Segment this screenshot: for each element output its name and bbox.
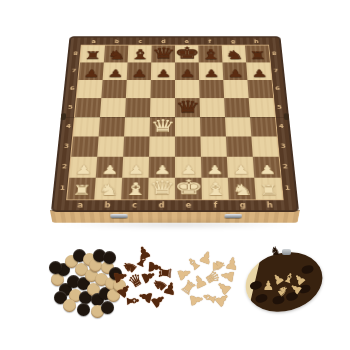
- square-h3: [251, 136, 278, 156]
- square-g4: [225, 117, 251, 136]
- jumbled-bishop-glyph: ♝: [183, 253, 204, 274]
- checker-disc-dark: [77, 277, 90, 290]
- file-label-top-c: c: [128, 38, 152, 45]
- checker-disc-dark: [93, 249, 106, 262]
- file-label-f: f: [202, 200, 229, 210]
- rank-label-right-1: 1: [281, 178, 295, 200]
- jumbled-rook-glyph: ♜: [157, 265, 174, 281]
- square-d6: [150, 80, 175, 98]
- square-c3: [123, 136, 149, 156]
- square-a2: [69, 157, 97, 178]
- file-label-e: e: [175, 200, 202, 210]
- square-d1: [148, 178, 175, 200]
- square-b5: [100, 98, 126, 117]
- square-b1: [94, 178, 122, 200]
- rank-label-right-6: 6: [272, 80, 285, 98]
- jumbled-pawn-glyph: ♟: [113, 280, 134, 301]
- checker-disc-light: [107, 289, 120, 302]
- square-f3: [200, 136, 226, 156]
- clasp-icon: [110, 214, 128, 218]
- checker-disc-dark: [67, 275, 80, 288]
- storage-inset-oval: ♟♟♝♟♞♟: [239, 244, 329, 320]
- square-g6: [223, 80, 248, 98]
- file-label-b: b: [93, 200, 121, 210]
- stored-pawn-glyph: ♟: [262, 279, 274, 292]
- file-label-a: a: [66, 200, 94, 210]
- rank-label-right-3: 3: [277, 136, 290, 156]
- square-h2: [253, 157, 281, 178]
- clasp-icon: [282, 249, 291, 255]
- jumbled-pawn-glyph: ♟: [213, 277, 234, 298]
- jumbled-pawn-glyph: ♟: [136, 288, 155, 306]
- checker-disc-dark: [99, 287, 112, 300]
- checker-disc-light: [69, 289, 82, 302]
- checker-disc-light: [83, 253, 96, 266]
- square-g5: [224, 98, 250, 117]
- jumbled-pawn-glyph: ♟: [110, 268, 129, 286]
- file-label-c: c: [121, 200, 148, 210]
- product-photo: aabbccddeeffgghh1122334455667788 ♜♞♝♛♚♝♞…: [0, 0, 350, 350]
- file-label-top-a: a: [82, 38, 106, 45]
- square-h6: [247, 80, 273, 98]
- black-pawn-glyph: ♟: [242, 68, 275, 78]
- rank-label-right-2: 2: [279, 157, 293, 178]
- chess-board: aabbccddeeffgghh1122334455667788 ♜♞♝♛♚♝♞…: [53, 38, 296, 211]
- file-label-top-h: h: [244, 38, 268, 45]
- clasp-icon: [224, 214, 242, 218]
- checker-disc-dark: [54, 291, 67, 304]
- square-b4: [99, 117, 125, 136]
- jumbled-knight-glyph: ♞: [149, 274, 170, 295]
- jumbled-pawn-glyph: ♟: [187, 292, 205, 309]
- checker-disc-dark: [101, 301, 114, 314]
- square-f2: [201, 157, 228, 178]
- square-g1: [228, 178, 256, 200]
- file-label-h: h: [256, 200, 284, 210]
- checker-disc-dark: [103, 251, 116, 264]
- jumbled-bishop-glyph: ♝: [132, 251, 152, 272]
- dark-knight-at-inset-edge: ♞: [270, 245, 281, 257]
- rank-label-5: 5: [64, 98, 77, 117]
- stored-dark-piece: [249, 280, 263, 291]
- piece-black-queen-e5: ♛: [175, 98, 200, 117]
- stored-dark-piece: [255, 293, 269, 304]
- checker-disc-light: [101, 261, 114, 274]
- file-label-top-g: g: [221, 38, 245, 45]
- square-d3: [149, 136, 175, 156]
- stored-pawn-glyph: ♟: [269, 270, 286, 287]
- checker-disc-dark: [79, 291, 92, 304]
- square-b3: [97, 136, 124, 156]
- square-a6: [77, 80, 103, 98]
- square-c2: [122, 157, 149, 178]
- square-a3: [71, 136, 98, 156]
- jumbled-pawn-glyph: ♟: [211, 289, 232, 310]
- stored-dark-piece: [298, 284, 312, 295]
- square-d2: [149, 157, 175, 178]
- checker-disc-dark: [49, 261, 62, 274]
- square-f6: [199, 80, 224, 98]
- jumbled-pawn-glyph: ♟: [161, 279, 179, 298]
- jumbled-pawn-glyph: ♟: [190, 272, 210, 293]
- jumbled-pawn-glyph: ♟: [135, 243, 154, 263]
- board-shadow: [58, 220, 296, 229]
- jumbled-pawn-glyph: ♟: [224, 255, 241, 273]
- file-label-g: g: [229, 200, 257, 210]
- square-b2: [96, 157, 123, 178]
- jumbled-pawn-glyph: ♟: [197, 248, 216, 268]
- square-f1: [201, 178, 228, 200]
- stored-knight-glyph: ♞: [274, 283, 291, 300]
- black-queen-glyph: ♛: [171, 99, 205, 116]
- checker-disc-dark: [109, 267, 122, 280]
- square-e3: [175, 136, 201, 156]
- jumbled-pawn-glyph: ♟: [219, 268, 237, 285]
- jumbled-rook-glyph: ♜: [178, 277, 199, 298]
- rank-label-6: 6: [66, 80, 79, 98]
- checker-disc-light: [87, 283, 100, 296]
- rank-label-right-5: 5: [273, 98, 286, 117]
- stored-dark-piece: [301, 264, 315, 275]
- square-e1: [175, 178, 202, 200]
- checker-disc-light: [85, 269, 98, 282]
- black-rook-glyph: ♜: [241, 50, 274, 61]
- square-h4: [250, 117, 277, 136]
- stored-dark-piece: [272, 295, 286, 306]
- jumbled-bishop-glyph: ♝: [123, 293, 140, 309]
- square-h1: [254, 178, 282, 200]
- square-e2: [175, 157, 201, 178]
- jumbled-pawn-glyph: ♟: [147, 291, 168, 312]
- jumbled-knight-glyph: ♞: [210, 259, 226, 273]
- jumbled-queen-glyph: ♛: [126, 270, 146, 291]
- stored-pawn-glyph: ♟: [287, 280, 304, 297]
- stored-bishop-glyph: ♝: [281, 270, 296, 286]
- checker-disc-light: [91, 305, 104, 318]
- jumbled-pawn-glyph: ♟: [138, 267, 159, 287]
- checker-disc-light: [51, 273, 64, 286]
- checker-disc-dark: [73, 249, 86, 262]
- square-g3: [226, 136, 253, 156]
- jumbled-queen-glyph: ♛: [201, 268, 222, 288]
- square-b6: [101, 80, 126, 98]
- checker-disc-light: [63, 299, 76, 312]
- jumbled-pawn-glyph: ♟: [174, 265, 194, 284]
- square-a1: [67, 178, 95, 200]
- square-g2: [227, 157, 254, 178]
- square-a5: [75, 98, 101, 117]
- checker-disc-dark: [57, 263, 70, 276]
- jumbled-bishop-glyph: ♝: [200, 289, 220, 308]
- piece-black-pawn-h7: ♟: [246, 62, 271, 80]
- checker-disc-light: [113, 279, 126, 292]
- square-e6: [175, 80, 200, 98]
- jumbled-knight-glyph: ♞: [119, 256, 140, 277]
- checker-disc-dark: [59, 283, 72, 296]
- stored-pawn-glyph: ♟: [291, 271, 308, 288]
- checker-disc-light: [89, 259, 102, 272]
- chess-board-scene: aabbccddeeffgghh1122334455667788 ♜♞♝♛♚♝♞…: [45, 2, 305, 232]
- square-c6: [126, 80, 151, 98]
- square-f4: [200, 117, 226, 136]
- checker-disc-dark: [77, 303, 90, 316]
- square-c1: [121, 178, 148, 200]
- square-c5: [125, 98, 150, 117]
- checker-disc-light: [95, 273, 108, 286]
- jumbled-pawn-glyph: ♟: [145, 259, 162, 275]
- checker-disc-light: [105, 277, 118, 290]
- piece-black-rook-h8: ♜: [245, 46, 270, 63]
- stored-dark-piece: [285, 291, 299, 302]
- checker-disc-light: [65, 255, 78, 268]
- square-a4: [73, 117, 100, 136]
- checker-disc-dark: [91, 293, 104, 306]
- checker-disc-light: [75, 263, 88, 276]
- square-h5: [249, 98, 275, 117]
- file-label-d: d: [148, 200, 175, 210]
- file-label-top-b: b: [105, 38, 129, 45]
